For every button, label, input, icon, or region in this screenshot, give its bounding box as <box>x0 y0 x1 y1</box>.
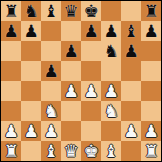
square-g3[interactable] <box>121 101 141 121</box>
square-f7[interactable]: ♟ <box>101 21 121 41</box>
square-c2[interactable]: ♟ <box>41 121 61 141</box>
square-g1[interactable] <box>121 141 141 161</box>
square-e3[interactable] <box>81 101 101 121</box>
square-d7[interactable] <box>61 21 81 41</box>
square-a8[interactable]: ♜ <box>1 1 21 21</box>
piece-black-queen: ♛ <box>63 1 78 21</box>
chess-board: ♜♞♝♛♚♜♟♟♟♟♝♟♟♞♟♟♟♟♟♞♞♟♟♟♟♟♜♝♛♚♝♜ <box>0 0 162 162</box>
piece-black-knight: ♞ <box>103 41 118 61</box>
square-e7[interactable]: ♟ <box>81 21 101 41</box>
piece-white-knight: ♞ <box>103 101 118 121</box>
square-d4[interactable]: ♟ <box>61 81 81 101</box>
piece-black-pawn: ♟ <box>143 21 158 41</box>
piece-white-bishop: ♝ <box>43 141 58 161</box>
square-d2[interactable] <box>61 121 81 141</box>
piece-white-pawn: ♟ <box>143 121 158 141</box>
piece-white-pawn: ♟ <box>83 81 98 101</box>
piece-white-pawn: ♟ <box>43 121 58 141</box>
piece-black-bishop: ♝ <box>123 21 138 41</box>
square-c5[interactable]: ♟ <box>41 61 61 81</box>
piece-white-rook: ♜ <box>143 141 158 161</box>
square-b1[interactable] <box>21 141 41 161</box>
square-h2[interactable]: ♟ <box>141 121 161 141</box>
piece-black-knight: ♞ <box>23 1 38 21</box>
piece-white-bishop: ♝ <box>103 141 118 161</box>
square-c8[interactable]: ♝ <box>41 1 61 21</box>
square-c7[interactable] <box>41 21 61 41</box>
square-a1[interactable]: ♜ <box>1 141 21 161</box>
square-f1[interactable]: ♝ <box>101 141 121 161</box>
piece-white-pawn: ♟ <box>123 121 138 141</box>
square-g4[interactable] <box>121 81 141 101</box>
piece-white-queen: ♛ <box>63 141 78 161</box>
square-f2[interactable] <box>101 121 121 141</box>
square-h4[interactable] <box>141 81 161 101</box>
square-h3[interactable] <box>141 101 161 121</box>
square-b2[interactable]: ♟ <box>21 121 41 141</box>
square-a7[interactable]: ♟ <box>1 21 21 41</box>
square-b6[interactable] <box>21 41 41 61</box>
piece-black-rook: ♜ <box>3 1 18 21</box>
piece-black-king: ♚ <box>83 1 98 21</box>
square-d1[interactable]: ♛ <box>61 141 81 161</box>
square-b4[interactable] <box>21 81 41 101</box>
square-h7[interactable]: ♟ <box>141 21 161 41</box>
square-c6[interactable] <box>41 41 61 61</box>
piece-black-pawn: ♟ <box>83 21 98 41</box>
square-g5[interactable] <box>121 61 141 81</box>
piece-white-knight: ♞ <box>43 101 58 121</box>
square-d3[interactable] <box>61 101 81 121</box>
square-a2[interactable]: ♟ <box>1 121 21 141</box>
square-f5[interactable] <box>101 61 121 81</box>
square-a3[interactable] <box>1 101 21 121</box>
square-f3[interactable]: ♞ <box>101 101 121 121</box>
piece-white-pawn: ♟ <box>3 121 18 141</box>
square-c3[interactable]: ♞ <box>41 101 61 121</box>
piece-black-pawn: ♟ <box>23 21 38 41</box>
square-e8[interactable]: ♚ <box>81 1 101 21</box>
piece-black-pawn: ♟ <box>63 41 78 61</box>
square-e1[interactable]: ♚ <box>81 141 101 161</box>
square-g7[interactable]: ♝ <box>121 21 141 41</box>
square-g6[interactable]: ♟ <box>121 41 141 61</box>
square-e2[interactable] <box>81 121 101 141</box>
square-f6[interactable]: ♞ <box>101 41 121 61</box>
square-b5[interactable] <box>21 61 41 81</box>
piece-white-pawn: ♟ <box>103 81 118 101</box>
square-f4[interactable]: ♟ <box>101 81 121 101</box>
piece-white-pawn: ♟ <box>23 121 38 141</box>
square-d8[interactable]: ♛ <box>61 1 81 21</box>
piece-black-pawn: ♟ <box>43 61 58 81</box>
square-a6[interactable] <box>1 41 21 61</box>
square-h8[interactable]: ♜ <box>141 1 161 21</box>
square-h6[interactable] <box>141 41 161 61</box>
square-a5[interactable] <box>1 61 21 81</box>
square-b8[interactable]: ♞ <box>21 1 41 21</box>
square-c1[interactable]: ♝ <box>41 141 61 161</box>
square-h5[interactable] <box>141 61 161 81</box>
square-c4[interactable] <box>41 81 61 101</box>
square-e4[interactable]: ♟ <box>81 81 101 101</box>
square-d5[interactable] <box>61 61 81 81</box>
square-f8[interactable] <box>101 1 121 21</box>
piece-black-rook: ♜ <box>143 1 158 21</box>
square-a4[interactable] <box>1 81 21 101</box>
square-b7[interactable]: ♟ <box>21 21 41 41</box>
square-e6[interactable] <box>81 41 101 61</box>
square-g8[interactable] <box>121 1 141 21</box>
square-d6[interactable]: ♟ <box>61 41 81 61</box>
square-b3[interactable] <box>21 101 41 121</box>
square-g2[interactable]: ♟ <box>121 121 141 141</box>
piece-black-pawn: ♟ <box>123 41 138 61</box>
piece-black-pawn: ♟ <box>3 21 18 41</box>
piece-white-king: ♚ <box>83 141 98 161</box>
piece-black-pawn: ♟ <box>103 21 118 41</box>
square-e5[interactable] <box>81 61 101 81</box>
piece-black-bishop: ♝ <box>43 1 58 21</box>
square-h1[interactable]: ♜ <box>141 141 161 161</box>
piece-white-pawn: ♟ <box>63 81 78 101</box>
piece-white-rook: ♜ <box>3 141 18 161</box>
